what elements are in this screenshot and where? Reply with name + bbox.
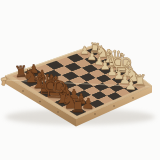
clasp: [1, 77, 7, 86]
fold-seam: [6, 80, 151, 87]
board-details: [0, 0, 160, 160]
chess-set-photo: ♜♟♞♟♝♟♛♟♚♟♟♝♜♟♟♞♞♟♟♜♝♟♟♛♟♚♟♝♟♞♟♜: [0, 0, 160, 160]
nail-dots: [22, 81, 134, 115]
